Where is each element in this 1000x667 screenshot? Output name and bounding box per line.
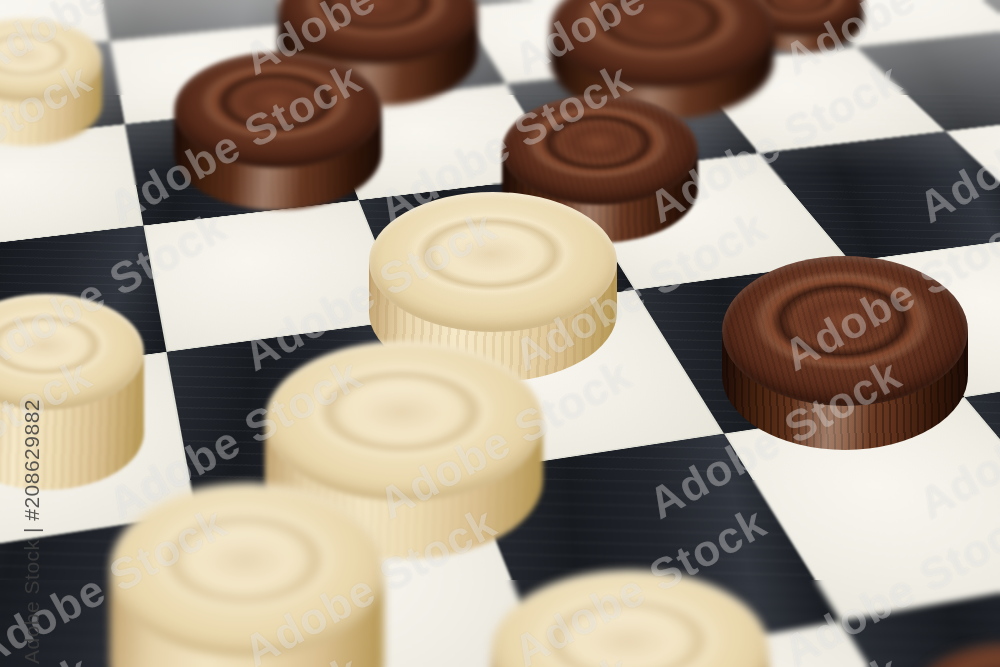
piece-top-face [491,570,769,667]
piece-top-face [369,192,617,332]
piece-top-face [722,256,968,406]
piece-top-face [265,341,543,501]
checker-piece-dark[interactable] [722,256,968,450]
piece-top-face [174,52,382,168]
piece-top-face [912,644,1000,667]
checker-piece-dark[interactable] [912,644,1000,667]
stock-photo-checkers-scene: Adobe StockAdobe StockAdobe StockAdobe S… [0,0,1000,667]
checker-piece-dark[interactable] [174,52,382,210]
pieces-layer [0,0,1000,667]
checker-piece-light[interactable] [110,483,384,667]
checker-piece-light[interactable] [0,18,102,146]
checker-piece-light[interactable] [0,294,144,490]
piece-top-face [110,483,384,657]
piece-top-face [502,95,698,205]
checker-piece-light[interactable] [491,570,769,667]
